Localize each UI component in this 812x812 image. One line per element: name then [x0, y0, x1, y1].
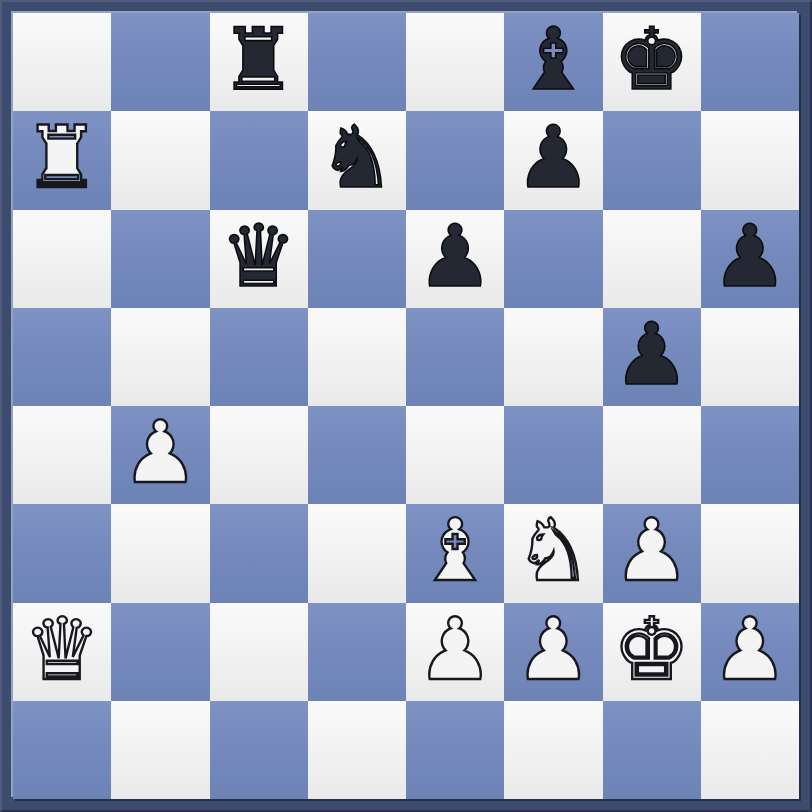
square-a5[interactable] [13, 308, 111, 406]
square-e7[interactable] [406, 111, 504, 209]
square-e1[interactable] [406, 701, 504, 799]
white-rook-a7[interactable]: ♜ [24, 114, 101, 200]
square-b5[interactable] [111, 308, 209, 406]
square-h7[interactable] [701, 111, 799, 209]
white-bishop-e3[interactable]: ♝ [417, 507, 494, 593]
black-bishop-f8[interactable]: ♝ [515, 16, 592, 102]
square-f2[interactable]: ♟ [504, 603, 602, 701]
square-a6[interactable] [13, 210, 111, 308]
square-f3[interactable]: ♞ [504, 504, 602, 602]
square-f5[interactable] [504, 308, 602, 406]
square-c1[interactable] [210, 701, 308, 799]
square-a7[interactable]: ♜ [13, 111, 111, 209]
square-c6[interactable]: ♛ [210, 210, 308, 308]
square-a3[interactable] [13, 504, 111, 602]
black-king-g8[interactable]: ♚ [613, 16, 690, 102]
square-e2[interactable]: ♟ [406, 603, 504, 701]
square-h5[interactable] [701, 308, 799, 406]
white-king-g2[interactable]: ♚ [613, 606, 690, 692]
square-b8[interactable] [111, 13, 209, 111]
square-h6[interactable]: ♟ [701, 210, 799, 308]
square-e3[interactable]: ♝ [406, 504, 504, 602]
square-c7[interactable] [210, 111, 308, 209]
square-b4[interactable]: ♟ [111, 406, 209, 504]
square-f4[interactable] [504, 406, 602, 504]
square-a2[interactable]: ♛ [13, 603, 111, 701]
black-pawn-g5[interactable]: ♟ [613, 311, 690, 397]
square-c2[interactable] [210, 603, 308, 701]
square-c3[interactable] [210, 504, 308, 602]
square-c5[interactable] [210, 308, 308, 406]
white-pawn-f2[interactable]: ♟ [515, 606, 592, 692]
square-g8[interactable]: ♚ [603, 13, 701, 111]
white-pawn-g3[interactable]: ♟ [613, 507, 690, 593]
square-g3[interactable]: ♟ [603, 504, 701, 602]
square-e8[interactable] [406, 13, 504, 111]
square-g6[interactable] [603, 210, 701, 308]
square-d3[interactable] [308, 504, 406, 602]
square-g4[interactable] [603, 406, 701, 504]
square-h3[interactable] [701, 504, 799, 602]
square-d8[interactable] [308, 13, 406, 111]
square-b7[interactable] [111, 111, 209, 209]
square-f1[interactable] [504, 701, 602, 799]
square-a1[interactable] [13, 701, 111, 799]
square-b6[interactable] [111, 210, 209, 308]
square-h2[interactable]: ♟ [701, 603, 799, 701]
black-queen-c6[interactable]: ♛ [220, 213, 297, 299]
square-d1[interactable] [308, 701, 406, 799]
square-d5[interactable] [308, 308, 406, 406]
square-h4[interactable] [701, 406, 799, 504]
square-g2[interactable]: ♚ [603, 603, 701, 701]
square-c8[interactable]: ♜ [210, 13, 308, 111]
square-a4[interactable] [13, 406, 111, 504]
square-f8[interactable]: ♝ [504, 13, 602, 111]
black-pawn-f7[interactable]: ♟ [515, 114, 592, 200]
square-e4[interactable] [406, 406, 504, 504]
board-frame: ♜♝♚♜♞♟♛♟♟♟♟♝♞♟♛♟♟♚♟ [0, 0, 812, 812]
square-h8[interactable] [701, 13, 799, 111]
square-d7[interactable]: ♞ [308, 111, 406, 209]
square-c4[interactable] [210, 406, 308, 504]
square-b1[interactable] [111, 701, 209, 799]
square-d6[interactable] [308, 210, 406, 308]
black-rook-c8[interactable]: ♜ [220, 16, 297, 102]
white-pawn-h2[interactable]: ♟ [711, 606, 788, 692]
chess-board: ♜♝♚♜♞♟♛♟♟♟♟♝♞♟♛♟♟♚♟ [13, 13, 799, 799]
square-g5[interactable]: ♟ [603, 308, 701, 406]
square-f6[interactable] [504, 210, 602, 308]
square-b3[interactable] [111, 504, 209, 602]
square-e5[interactable] [406, 308, 504, 406]
black-pawn-h6[interactable]: ♟ [711, 213, 788, 299]
black-pawn-e6[interactable]: ♟ [417, 213, 494, 299]
white-knight-f3[interactable]: ♞ [515, 507, 592, 593]
white-pawn-b4[interactable]: ♟ [122, 409, 199, 495]
square-d2[interactable] [308, 603, 406, 701]
square-b2[interactable] [111, 603, 209, 701]
square-e6[interactable]: ♟ [406, 210, 504, 308]
black-knight-d7[interactable]: ♞ [318, 114, 395, 200]
square-f7[interactable]: ♟ [504, 111, 602, 209]
square-g7[interactable] [603, 111, 701, 209]
white-pawn-e2[interactable]: ♟ [417, 606, 494, 692]
square-d4[interactable] [308, 406, 406, 504]
square-g1[interactable] [603, 701, 701, 799]
square-h1[interactable] [701, 701, 799, 799]
white-queen-a2[interactable]: ♛ [24, 606, 101, 692]
square-a8[interactable] [13, 13, 111, 111]
